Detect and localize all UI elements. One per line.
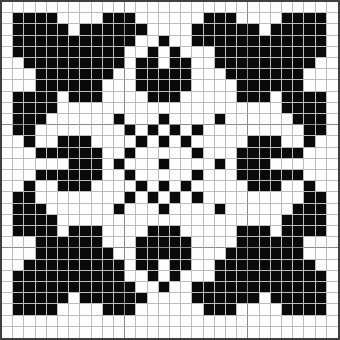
chart-cell	[192, 293, 203, 304]
chart-cell	[92, 181, 103, 192]
chart-cell	[293, 293, 304, 304]
chart-cell	[159, 13, 170, 24]
chart-cell	[148, 159, 159, 170]
chart-cell	[237, 282, 248, 293]
chart-cell	[36, 226, 47, 237]
chart-cell	[170, 192, 181, 203]
chart-cell	[58, 237, 69, 248]
chart-cell	[103, 125, 114, 136]
chart-cell	[2, 181, 13, 192]
chart-cell	[282, 282, 293, 293]
chart-cell	[181, 293, 192, 304]
chart-cell	[316, 282, 327, 293]
chart-cell	[170, 136, 181, 147]
chart-cell	[215, 69, 226, 80]
chart-cell	[80, 36, 91, 47]
chart-cell	[248, 148, 259, 159]
chart-cell	[47, 159, 58, 170]
chart-cell	[136, 148, 147, 159]
chart-cell	[237, 271, 248, 282]
chart-cell	[103, 260, 114, 271]
chart-cell	[36, 114, 47, 125]
chart-cell	[36, 148, 47, 159]
chart-cell	[260, 103, 271, 114]
chart-cell	[80, 136, 91, 147]
chart-cell	[24, 181, 35, 192]
chart-cell	[271, 181, 282, 192]
chart-cell	[92, 192, 103, 203]
chart-cell	[226, 327, 237, 338]
chart-cell	[293, 215, 304, 226]
chart-cell	[69, 327, 80, 338]
chart-cell	[125, 125, 136, 136]
chart-cell	[114, 58, 125, 69]
chart-cell	[260, 80, 271, 91]
chart-cell	[304, 58, 315, 69]
chart-cell	[125, 181, 136, 192]
chart-cell	[36, 271, 47, 282]
chart-cell	[58, 282, 69, 293]
chart-cell	[271, 58, 282, 69]
chart-cell	[271, 327, 282, 338]
chart-cell	[69, 69, 80, 80]
chart-cell	[204, 304, 215, 315]
chart-cell	[136, 136, 147, 147]
chart-cell	[293, 36, 304, 47]
chart-cell	[36, 316, 47, 327]
chart-cell	[192, 2, 203, 13]
chart-cell	[170, 327, 181, 338]
chart-cell	[192, 148, 203, 159]
chart-cell	[2, 316, 13, 327]
chart-cell	[226, 114, 237, 125]
chart-cell	[58, 327, 69, 338]
chart-cell	[114, 282, 125, 293]
chart-cell	[237, 69, 248, 80]
chart-cell	[58, 69, 69, 80]
chart-cell	[58, 204, 69, 215]
chart-cell	[24, 58, 35, 69]
chart-cell	[103, 36, 114, 47]
chart-cell	[2, 58, 13, 69]
chart-cell	[248, 215, 259, 226]
chart-cell	[316, 159, 327, 170]
chart-cell	[327, 36, 338, 47]
chart-cell	[36, 24, 47, 35]
chart-cell	[248, 327, 259, 338]
chart-cell	[204, 192, 215, 203]
chart-cell	[170, 271, 181, 282]
chart-cell	[80, 92, 91, 103]
chart-cell	[92, 103, 103, 114]
chart-cell	[159, 293, 170, 304]
chart-cell	[69, 304, 80, 315]
chart-cell	[103, 271, 114, 282]
chart-cell	[282, 159, 293, 170]
chart-cell	[69, 226, 80, 237]
chart-cell	[92, 316, 103, 327]
chart-cell	[237, 204, 248, 215]
chart-cell	[103, 226, 114, 237]
chart-cell	[204, 125, 215, 136]
chart-cell	[148, 80, 159, 91]
chart-cell	[92, 125, 103, 136]
chart-cell	[58, 271, 69, 282]
chart-cell	[260, 327, 271, 338]
chart-cell	[215, 159, 226, 170]
chart-cell	[148, 2, 159, 13]
chart-cell	[304, 69, 315, 80]
chart-cell	[293, 69, 304, 80]
chart-cell	[282, 271, 293, 282]
chart-cell	[125, 114, 136, 125]
chart-cell	[2, 204, 13, 215]
chart-cell	[114, 204, 125, 215]
chart-cell	[125, 282, 136, 293]
chart-cell	[204, 69, 215, 80]
chart-cell	[260, 148, 271, 159]
chart-cell	[304, 260, 315, 271]
chart-cell	[204, 58, 215, 69]
chart-cell	[226, 316, 237, 327]
chart-cell	[114, 215, 125, 226]
chart-cell	[260, 58, 271, 69]
chart-cell	[327, 271, 338, 282]
chart-cell	[136, 47, 147, 58]
chart-cell	[215, 80, 226, 91]
chart-cell	[181, 47, 192, 58]
chart-cell	[304, 136, 315, 147]
chart-cell	[192, 125, 203, 136]
chart-cell	[271, 192, 282, 203]
chart-cell	[13, 2, 24, 13]
chart-cell	[69, 181, 80, 192]
chart-cell	[47, 2, 58, 13]
chart-cell	[148, 47, 159, 58]
chart-cell	[293, 181, 304, 192]
chart-cell	[282, 215, 293, 226]
chart-cell	[136, 282, 147, 293]
chart-cell	[271, 47, 282, 58]
chart-cell	[36, 2, 47, 13]
chart-cell	[2, 260, 13, 271]
chart-cell	[215, 192, 226, 203]
chart-cell	[69, 237, 80, 248]
chart-cell	[13, 13, 24, 24]
chart-cell	[293, 192, 304, 203]
chart-cell	[103, 170, 114, 181]
chart-cell	[282, 69, 293, 80]
chart-cell	[2, 92, 13, 103]
chart-cell	[215, 114, 226, 125]
chart-cell	[181, 103, 192, 114]
chart-cell	[36, 215, 47, 226]
chart-cell	[2, 114, 13, 125]
chart-cell	[293, 103, 304, 114]
chart-cell	[69, 271, 80, 282]
chart-cell	[2, 103, 13, 114]
chart-cell	[24, 136, 35, 147]
chart-cell	[136, 58, 147, 69]
chart-cell	[92, 159, 103, 170]
chart-cell	[80, 282, 91, 293]
chart-cell	[260, 237, 271, 248]
chart-cell	[204, 13, 215, 24]
chart-cell	[248, 248, 259, 259]
chart-cell	[282, 58, 293, 69]
chart-cell	[103, 24, 114, 35]
chart-cell	[58, 36, 69, 47]
chart-cell	[237, 248, 248, 259]
chart-cell	[181, 125, 192, 136]
chart-cell	[148, 215, 159, 226]
chart-cell	[69, 204, 80, 215]
chart-cell	[304, 148, 315, 159]
chart-cell	[47, 13, 58, 24]
chart-cell	[293, 248, 304, 259]
chart-cell	[159, 316, 170, 327]
chart-cell	[293, 58, 304, 69]
chart-cell	[69, 58, 80, 69]
chart-cell	[36, 103, 47, 114]
chart-cell	[80, 192, 91, 203]
chart-cell	[47, 24, 58, 35]
chart-cell	[304, 24, 315, 35]
chart-cell	[159, 304, 170, 315]
chart-cell	[58, 248, 69, 259]
chart-cell	[316, 248, 327, 259]
chart-cell	[181, 2, 192, 13]
chart-cell	[103, 148, 114, 159]
chart-cell	[192, 226, 203, 237]
chart-cell	[260, 204, 271, 215]
chart-cell	[13, 58, 24, 69]
chart-cell	[181, 36, 192, 47]
chart-cell	[192, 13, 203, 24]
chart-cell	[114, 327, 125, 338]
chart-cell	[136, 2, 147, 13]
chart-cell	[226, 148, 237, 159]
chart-cell	[136, 271, 147, 282]
chart-cell	[114, 92, 125, 103]
chart-cell	[125, 2, 136, 13]
chart-cell	[125, 24, 136, 35]
chart-cell	[260, 271, 271, 282]
chart-cell	[58, 58, 69, 69]
chart-cell	[215, 36, 226, 47]
chart-cell	[159, 237, 170, 248]
chart-cell	[92, 114, 103, 125]
chart-cell	[114, 304, 125, 315]
chart-cell	[237, 114, 248, 125]
chart-cell	[58, 304, 69, 315]
chart-cell	[136, 327, 147, 338]
chart-cell	[192, 24, 203, 35]
chart-cell	[92, 2, 103, 13]
chart-cell	[192, 36, 203, 47]
chart-cell	[181, 159, 192, 170]
chart-cell	[114, 69, 125, 80]
chart-cell	[148, 316, 159, 327]
chart-cell	[237, 125, 248, 136]
chart-cell	[282, 80, 293, 91]
chart-cell	[125, 215, 136, 226]
chart-cell	[271, 92, 282, 103]
chart-cell	[36, 47, 47, 58]
chart-cell	[260, 316, 271, 327]
chart-cell	[204, 237, 215, 248]
chart-cell	[136, 293, 147, 304]
chart-cell	[316, 47, 327, 58]
chart-cell	[13, 170, 24, 181]
chart-cell	[226, 103, 237, 114]
chart-cell	[226, 69, 237, 80]
chart-cell	[159, 125, 170, 136]
chart-cell	[58, 170, 69, 181]
chart-cell	[125, 248, 136, 259]
chart-cell	[316, 327, 327, 338]
chart-cell	[58, 148, 69, 159]
chart-cell	[316, 80, 327, 91]
chart-cell	[248, 36, 259, 47]
chart-cell	[148, 226, 159, 237]
chart-cell	[215, 13, 226, 24]
chart-cell	[159, 260, 170, 271]
chart-cell	[2, 170, 13, 181]
chart-cell	[204, 170, 215, 181]
chart-cell	[327, 125, 338, 136]
chart-cell	[192, 327, 203, 338]
chart-cell	[316, 2, 327, 13]
chart-cell	[47, 80, 58, 91]
chart-cell	[58, 181, 69, 192]
chart-cell	[13, 24, 24, 35]
chart-cell	[92, 304, 103, 315]
chart-cell	[248, 304, 259, 315]
chart-cell	[260, 260, 271, 271]
chart-cell	[181, 13, 192, 24]
chart-cell	[92, 47, 103, 58]
chart-cell	[237, 58, 248, 69]
chart-cell	[192, 114, 203, 125]
chart-cell	[248, 125, 259, 136]
chart-cell	[327, 2, 338, 13]
chart-cell	[215, 125, 226, 136]
chart-cell	[248, 80, 259, 91]
chart-cell	[226, 24, 237, 35]
chart-cell	[260, 304, 271, 315]
chart-cell	[92, 260, 103, 271]
chart-cell	[47, 304, 58, 315]
chart-cell	[226, 92, 237, 103]
chart-cell	[13, 293, 24, 304]
chart-cell	[181, 192, 192, 203]
chart-cell	[271, 2, 282, 13]
chart-cell	[327, 215, 338, 226]
chart-cell	[282, 327, 293, 338]
chart-cell	[226, 58, 237, 69]
chart-cell	[271, 260, 282, 271]
chart-cell	[136, 24, 147, 35]
chart-cell	[304, 92, 315, 103]
chart-cell	[24, 69, 35, 80]
chart-cell	[13, 114, 24, 125]
chart-cell	[204, 47, 215, 58]
chart-cell	[125, 47, 136, 58]
chart-cell	[92, 237, 103, 248]
chart-cell	[13, 47, 24, 58]
chart-cell	[80, 181, 91, 192]
chart-cell	[215, 327, 226, 338]
chart-cell	[13, 316, 24, 327]
chart-cell	[24, 24, 35, 35]
chart-cell	[80, 327, 91, 338]
chart-cell	[170, 237, 181, 248]
chart-cell	[271, 36, 282, 47]
chart-cell	[304, 170, 315, 181]
chart-cell	[136, 114, 147, 125]
chart-cell	[316, 114, 327, 125]
chart-cell	[327, 114, 338, 125]
chart-cell	[36, 170, 47, 181]
chart-cell	[170, 80, 181, 91]
chart-cell	[271, 136, 282, 147]
chart-cell	[237, 47, 248, 58]
chart-cell	[271, 248, 282, 259]
chart-cell	[103, 192, 114, 203]
chart-cell	[159, 204, 170, 215]
chart-cell	[47, 215, 58, 226]
chart-cell	[148, 148, 159, 159]
chart-cell	[125, 237, 136, 248]
chart-cell	[226, 181, 237, 192]
chart-cell	[282, 192, 293, 203]
chart-cell	[103, 103, 114, 114]
chart-cell	[271, 148, 282, 159]
chart-cell	[13, 103, 24, 114]
chart-cell	[226, 282, 237, 293]
chart-cell	[125, 136, 136, 147]
chart-cell	[148, 204, 159, 215]
chart-cell	[103, 327, 114, 338]
chart-cell	[114, 192, 125, 203]
chart-cell	[260, 215, 271, 226]
chart-cell	[293, 304, 304, 315]
chart-cell	[226, 36, 237, 47]
chart-cell	[159, 103, 170, 114]
chart-cell	[148, 181, 159, 192]
chart-cell	[282, 114, 293, 125]
chart-cell	[125, 260, 136, 271]
chart-cell	[148, 192, 159, 203]
chart-cell	[327, 248, 338, 259]
chart-cell	[327, 204, 338, 215]
chart-cell	[204, 293, 215, 304]
chart-cell	[47, 260, 58, 271]
chart-cell	[282, 204, 293, 215]
chart-cell	[248, 58, 259, 69]
chart-cell	[226, 13, 237, 24]
chart-cell	[103, 248, 114, 259]
chart-cell	[13, 192, 24, 203]
chart-cell	[58, 159, 69, 170]
chart-cell	[237, 2, 248, 13]
chart-cell	[327, 24, 338, 35]
chart-cell	[327, 170, 338, 181]
chart-cell	[103, 92, 114, 103]
chart-cell	[215, 204, 226, 215]
chart-cell	[36, 181, 47, 192]
